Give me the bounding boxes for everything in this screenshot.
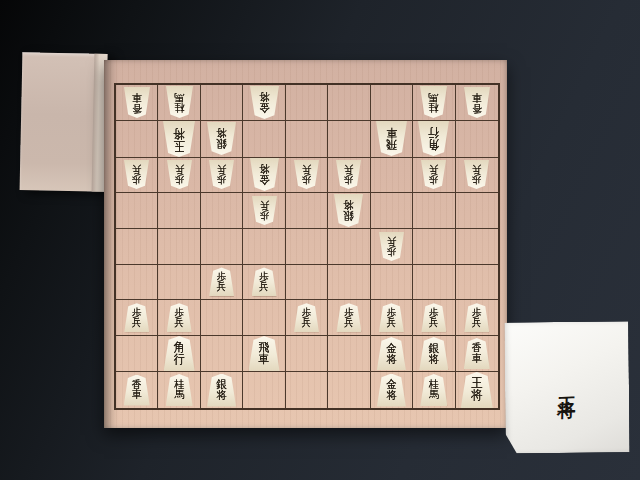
piece-gote-hisha[interactable]: 飛車 (376, 121, 407, 156)
piece-kanji: 馬 (429, 92, 439, 103)
piece-kanji: 馬 (174, 92, 184, 103)
square-26[interactable] (413, 265, 455, 301)
square-54[interactable] (286, 193, 328, 229)
square-72[interactable]: 銀将 (201, 121, 243, 158)
piece-kanji: 角 (428, 138, 439, 150)
piece-box-lid-right: 王将 (504, 321, 629, 453)
piece-sente-gin[interactable]: 銀将 (419, 337, 448, 370)
square-51[interactable] (286, 85, 328, 121)
square-59[interactable] (286, 372, 328, 408)
square-99[interactable]: 香車 (116, 372, 158, 408)
piece-kanji: 将 (386, 390, 397, 402)
piece-gote-kin[interactable]: 金将 (250, 86, 279, 119)
square-86[interactable] (158, 265, 200, 301)
piece-kanji: 歩 (387, 246, 397, 256)
piece-sente-kyo[interactable]: 香車 (124, 375, 150, 406)
piece-kanji: 兵 (132, 317, 142, 327)
piece-sente-kyo[interactable]: 香車 (464, 338, 490, 369)
square-43[interactable]: 歩兵 (328, 158, 370, 194)
piece-kanji: 金 (259, 175, 270, 187)
piece-kanji: 歩 (429, 175, 439, 185)
piece-kanji: 将 (216, 128, 227, 140)
square-65[interactable] (243, 229, 285, 265)
square-36[interactable] (371, 265, 413, 301)
piece-gote-kyo[interactable]: 香車 (464, 87, 490, 118)
square-28[interactable]: 銀将 (413, 336, 455, 372)
square-24[interactable] (413, 193, 455, 229)
piece-kanji: 将 (344, 200, 355, 212)
square-87[interactable]: 歩兵 (158, 300, 200, 336)
piece-sente-fu[interactable]: 歩兵 (167, 303, 192, 332)
square-39[interactable]: 金将 (371, 372, 413, 408)
square-35[interactable]: 歩兵 (371, 229, 413, 265)
piece-kanji: 兵 (302, 317, 312, 327)
square-76[interactable]: 歩兵 (201, 265, 243, 301)
square-57[interactable]: 歩兵 (286, 300, 328, 336)
square-19[interactable]: 王将 (456, 372, 498, 408)
piece-gote-kei[interactable]: 桂馬 (166, 86, 193, 118)
square-75[interactable] (201, 229, 243, 265)
piece-sente-fu[interactable]: 歩兵 (379, 303, 404, 332)
square-78[interactable] (201, 336, 243, 372)
piece-kanji: 馬 (429, 390, 439, 401)
piece-kanji: 兵 (132, 165, 142, 175)
piece-sente-kaku[interactable]: 角行 (164, 336, 195, 371)
piece-gote-kyo[interactable]: 香車 (124, 87, 150, 118)
square-14[interactable] (456, 193, 498, 229)
piece-kanji: 銀 (344, 210, 355, 222)
square-13[interactable]: 歩兵 (456, 158, 498, 194)
piece-kanji: 歩 (472, 175, 482, 185)
square-64[interactable]: 歩兵 (243, 193, 285, 229)
square-94[interactable] (116, 193, 158, 229)
piece-gote-fu[interactable]: 歩兵 (421, 160, 446, 189)
board-grid: 香車桂馬金将桂馬香車玉将銀将飛車角行歩兵歩兵歩兵金将歩兵歩兵歩兵歩兵歩兵銀将歩兵… (114, 83, 500, 410)
square-33[interactable] (371, 158, 413, 194)
square-63[interactable]: 金将 (243, 158, 285, 194)
piece-sente-kei[interactable]: 桂馬 (420, 374, 447, 406)
piece-kanji: 兵 (387, 317, 397, 327)
piece-kanji: 将 (429, 353, 440, 365)
piece-kanji: 銀 (216, 138, 227, 150)
square-12[interactable] (456, 121, 498, 158)
square-27[interactable]: 歩兵 (413, 300, 455, 336)
piece-gote-gin[interactable]: 銀将 (334, 194, 363, 227)
square-29[interactable]: 桂馬 (413, 372, 455, 408)
square-89[interactable]: 桂馬 (158, 372, 200, 408)
piece-sente-fu[interactable]: 歩兵 (464, 303, 489, 332)
square-31[interactable] (371, 85, 413, 121)
piece-gote-gin[interactable]: 銀将 (207, 122, 236, 155)
piece-kanji: 兵 (344, 165, 354, 175)
piece-kanji: 兵 (429, 165, 439, 175)
piece-kanji: 車 (386, 127, 397, 139)
piece-gote-kin[interactable]: 金将 (250, 158, 279, 191)
square-52[interactable] (286, 121, 328, 158)
piece-kanji: 兵 (387, 236, 397, 246)
square-22[interactable]: 角行 (413, 121, 455, 158)
piece-kanji: 香 (132, 102, 142, 113)
square-77[interactable] (201, 300, 243, 336)
piece-kanji: 桂 (429, 102, 439, 113)
square-16[interactable] (456, 265, 498, 301)
piece-sente-gin[interactable]: 銀将 (207, 374, 236, 407)
piece-sente-osho[interactable]: 王将 (461, 372, 493, 408)
square-69[interactable] (243, 372, 285, 408)
square-93[interactable]: 歩兵 (116, 158, 158, 194)
square-18[interactable]: 香車 (456, 336, 498, 372)
piece-box-left (20, 52, 108, 192)
square-21[interactable]: 桂馬 (413, 85, 455, 121)
piece-sente-kin[interactable]: 金将 (377, 374, 406, 407)
square-44[interactable]: 銀将 (328, 193, 370, 229)
piece-kanji: 歩 (302, 175, 312, 185)
square-25[interactable] (413, 229, 455, 265)
piece-sente-kin[interactable]: 金将 (377, 337, 406, 370)
piece-sente-fu[interactable]: 歩兵 (209, 267, 234, 296)
piece-gote-fu[interactable]: 歩兵 (336, 160, 361, 189)
square-47[interactable]: 歩兵 (328, 300, 370, 336)
piece-gote-kei[interactable]: 桂馬 (420, 86, 447, 118)
square-84[interactable] (158, 193, 200, 229)
piece-gote-gyoku[interactable]: 玉将 (163, 121, 195, 157)
piece-kanji: 歩 (174, 175, 184, 185)
square-68[interactable]: 飛車 (243, 336, 285, 372)
piece-kanji: 歩 (259, 210, 269, 220)
piece-kanji: 金 (259, 102, 270, 114)
piece-kanji: 車 (259, 353, 270, 365)
piece-kanji: 将 (386, 353, 397, 365)
piece-kanji: 将 (216, 390, 227, 402)
piece-gote-fu[interactable]: 歩兵 (464, 160, 489, 189)
piece-gote-fu[interactable]: 歩兵 (252, 196, 277, 225)
square-61[interactable]: 金将 (243, 85, 285, 121)
square-46[interactable] (328, 265, 370, 301)
piece-kanji: 桂 (174, 102, 184, 113)
square-91[interactable]: 香車 (116, 85, 158, 121)
piece-gote-fu[interactable]: 歩兵 (294, 160, 319, 189)
piece-sente-fu[interactable]: 歩兵 (252, 267, 277, 296)
piece-kanji: 歩 (344, 175, 354, 185)
piece-sente-fu[interactable]: 歩兵 (421, 303, 446, 332)
shogi-board: 香車桂馬金将桂馬香車玉将銀将飛車角行歩兵歩兵歩兵金将歩兵歩兵歩兵歩兵歩兵銀将歩兵… (104, 60, 507, 428)
piece-kanji: 将 (173, 126, 185, 139)
square-41[interactable] (328, 85, 370, 121)
square-53[interactable]: 歩兵 (286, 158, 328, 194)
square-95[interactable] (116, 229, 158, 265)
square-98[interactable] (116, 336, 158, 372)
square-48[interactable] (328, 336, 370, 372)
piece-kanji: 車 (472, 92, 482, 103)
piece-kanji: 歩 (217, 175, 227, 185)
square-88[interactable]: 角行 (158, 336, 200, 372)
piece-kanji: 将 (259, 164, 270, 176)
square-37[interactable]: 歩兵 (371, 300, 413, 336)
piece-kanji: 車 (132, 92, 142, 103)
piece-kanji: 兵 (174, 317, 184, 327)
square-92[interactable] (116, 121, 158, 158)
piece-sente-fu[interactable]: 歩兵 (294, 303, 319, 332)
square-74[interactable] (201, 193, 243, 229)
square-45[interactable] (328, 229, 370, 265)
piece-kanji: 兵 (472, 317, 482, 327)
square-32[interactable]: 飛車 (371, 121, 413, 158)
square-58[interactable] (286, 336, 328, 372)
piece-kanji: 兵 (302, 165, 312, 175)
square-23[interactable]: 歩兵 (413, 158, 455, 194)
square-56[interactable] (286, 265, 328, 301)
square-62[interactable] (243, 121, 285, 158)
piece-kanji: 兵 (429, 317, 439, 327)
piece-kanji: 車 (132, 390, 142, 401)
square-15[interactable] (456, 229, 498, 265)
piece-gote-kaku[interactable]: 角行 (418, 121, 449, 156)
square-82[interactable]: 玉将 (158, 121, 200, 158)
square-96[interactable] (116, 265, 158, 301)
piece-kanji: 兵 (217, 165, 227, 175)
square-17[interactable]: 歩兵 (456, 300, 498, 336)
piece-kanji: 香 (472, 102, 482, 113)
square-71[interactable] (201, 85, 243, 121)
piece-kanji: 将 (259, 91, 270, 103)
piece-kanji: 兵 (259, 201, 269, 211)
square-42[interactable] (328, 121, 370, 158)
piece-kanji: 兵 (217, 282, 227, 292)
lid-inscription: 王将 (555, 382, 579, 391)
square-81[interactable]: 桂馬 (158, 85, 200, 121)
piece-sente-fu[interactable]: 歩兵 (336, 303, 361, 332)
piece-kanji: 兵 (472, 165, 482, 175)
piece-sente-hisha[interactable]: 飛車 (249, 336, 280, 371)
square-11[interactable]: 香車 (456, 85, 498, 121)
piece-kanji: 馬 (174, 390, 184, 401)
piece-gote-fu[interactable]: 歩兵 (379, 232, 404, 261)
piece-gote-fu[interactable]: 歩兵 (209, 160, 234, 189)
piece-gote-fu[interactable]: 歩兵 (167, 160, 192, 189)
square-49[interactable] (328, 372, 370, 408)
piece-kanji: 車 (472, 353, 482, 364)
piece-kanji: 将 (471, 390, 483, 403)
piece-kanji: 行 (174, 353, 185, 365)
square-79[interactable]: 銀将 (201, 372, 243, 408)
square-55[interactable] (286, 229, 328, 265)
piece-kanji: 歩 (132, 175, 142, 185)
piece-sente-fu[interactable]: 歩兵 (124, 303, 149, 332)
square-73[interactable]: 歩兵 (201, 158, 243, 194)
piece-kanji: 兵 (344, 317, 354, 327)
piece-kanji: 飛 (386, 138, 397, 150)
piece-kanji: 兵 (174, 165, 184, 175)
square-66[interactable]: 歩兵 (243, 265, 285, 301)
piece-kanji: 兵 (259, 282, 269, 292)
square-38[interactable]: 金将 (371, 336, 413, 372)
piece-gote-fu[interactable]: 歩兵 (124, 160, 149, 189)
piece-sente-kei[interactable]: 桂馬 (166, 374, 193, 406)
square-97[interactable]: 歩兵 (116, 300, 158, 336)
piece-kanji: 行 (428, 127, 439, 139)
square-67[interactable] (243, 300, 285, 336)
square-34[interactable] (371, 193, 413, 229)
square-85[interactable] (158, 229, 200, 265)
square-83[interactable]: 歩兵 (158, 158, 200, 194)
